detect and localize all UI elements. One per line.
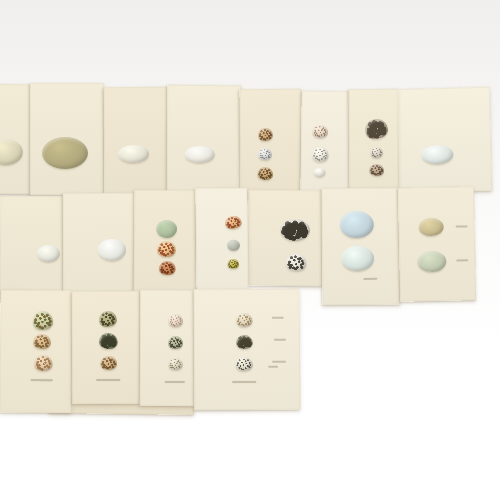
plate-three-mottled-eggs bbox=[349, 89, 399, 197]
plate-small-trio-eggs bbox=[195, 188, 248, 301]
egg-illustration bbox=[42, 137, 88, 169]
plate-two-olive-eggs bbox=[398, 186, 476, 302]
egg-illustration bbox=[418, 218, 443, 237]
plate-green-and-rust-eggs bbox=[134, 190, 197, 299]
egg-illustration bbox=[421, 144, 453, 164]
plate-caption-text bbox=[96, 379, 120, 381]
pencil-annotation bbox=[274, 339, 286, 341]
plate-white-egg bbox=[167, 85, 242, 195]
egg-illustration bbox=[156, 220, 177, 238]
plate-caption-text bbox=[232, 381, 256, 383]
egg-illustration bbox=[235, 313, 252, 327]
egg-illustration bbox=[368, 163, 384, 176]
plate-pale-blue-egg bbox=[396, 87, 493, 193]
egg-illustration bbox=[235, 335, 252, 349]
plate-white-egg-large bbox=[63, 193, 136, 299]
plate-wide-annotated-trio bbox=[194, 289, 301, 411]
plate-small-pale-trio bbox=[140, 290, 196, 406]
egg-illustration bbox=[33, 333, 52, 349]
egg-illustration bbox=[98, 239, 126, 261]
egg-illustration bbox=[235, 357, 253, 371]
egg-illustration bbox=[227, 259, 239, 269]
egg-illustration bbox=[311, 146, 328, 161]
plate-large-olive-egg bbox=[30, 83, 104, 195]
egg-illustration bbox=[257, 166, 274, 180]
pencil-annotation bbox=[268, 366, 278, 368]
plate-white-egg-small bbox=[0, 196, 64, 298]
plate-three-speckled-eggs-buff bbox=[239, 89, 302, 198]
egg-illustration bbox=[223, 214, 242, 229]
pencil-annotation bbox=[272, 361, 286, 363]
egg-illustration bbox=[258, 148, 272, 160]
plate-two-blue-eggs bbox=[321, 188, 400, 306]
egg-illustration bbox=[0, 139, 23, 165]
egg-illustration bbox=[36, 245, 59, 262]
egg-illustration bbox=[257, 127, 273, 141]
egg-illustration bbox=[167, 336, 182, 349]
pencil-annotation bbox=[456, 225, 468, 227]
egg-illustration bbox=[340, 210, 374, 237]
egg-illustration bbox=[98, 310, 118, 328]
plate-top-cut-pale-egg bbox=[0, 84, 32, 194]
egg-illustration bbox=[167, 358, 182, 370]
egg-illustration bbox=[285, 253, 306, 270]
egg-illustration bbox=[185, 145, 215, 162]
plate-caption-text bbox=[31, 379, 53, 381]
plate-three-pale-speckled-eggs bbox=[300, 91, 351, 198]
egg-illustration bbox=[417, 250, 446, 272]
egg-illustration bbox=[280, 219, 310, 241]
plate-green-tan-pink-trio bbox=[0, 290, 73, 414]
egg-illustration bbox=[168, 314, 183, 327]
egg-illustration bbox=[118, 145, 149, 163]
egg-illustration bbox=[314, 167, 326, 176]
plate-small-white-egg bbox=[104, 87, 169, 195]
egg-illustration bbox=[226, 239, 239, 250]
egg-illustration bbox=[31, 310, 53, 330]
egg-illustration bbox=[100, 356, 117, 370]
egg-illustration bbox=[340, 245, 373, 270]
plate-quail-pair-eggs bbox=[247, 190, 323, 287]
pencil-annotation bbox=[456, 259, 468, 261]
egg-illustration bbox=[158, 261, 175, 275]
plate-caption-text bbox=[165, 381, 185, 383]
pencil-annotation bbox=[272, 317, 284, 319]
pencil-annotation bbox=[363, 278, 377, 280]
egg-illustration bbox=[33, 355, 52, 371]
plate-dark-green-trio bbox=[72, 291, 141, 404]
egg-illustration bbox=[156, 241, 175, 257]
egg-illustration bbox=[312, 124, 328, 137]
egg-illustration bbox=[370, 146, 383, 157]
egg-illustration bbox=[98, 332, 118, 349]
photo-egg-plate-collection bbox=[0, 0, 500, 500]
egg-illustration bbox=[363, 117, 389, 141]
